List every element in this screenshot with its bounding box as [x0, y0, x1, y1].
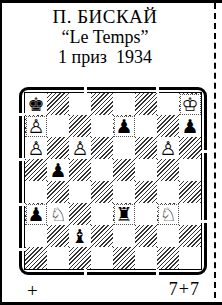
square-e5	[113, 159, 135, 181]
page: П. БИСКАЙ “Le Temps” 1 приз 1934 ♚♔♙♟♟♙♙…	[0, 0, 222, 305]
square-g5	[157, 159, 179, 181]
page-header: П. БИСКАЙ “Le Temps” 1 приз 1934	[10, 6, 200, 67]
square-d8	[91, 93, 113, 115]
square-b4	[47, 181, 69, 203]
square-g6: ♙	[157, 137, 179, 159]
square-h1	[179, 247, 201, 269]
square-b7	[47, 115, 69, 137]
square-e2	[113, 225, 135, 247]
square-d2	[91, 225, 113, 247]
square-f2	[135, 225, 157, 247]
square-c4	[69, 181, 91, 203]
frame-tick	[18, 248, 25, 251]
square-h5	[179, 159, 201, 181]
square-h4	[179, 181, 201, 203]
white-pawn-a6: ♙	[27, 139, 46, 158]
black-pawn-b5: ♟	[49, 161, 68, 180]
frame-tick	[156, 269, 159, 276]
square-a3: ♟	[25, 203, 47, 225]
frame-tick	[201, 150, 208, 153]
square-c5	[69, 159, 91, 181]
black-rook-e3: ♜	[114, 204, 135, 225]
square-b2	[47, 225, 69, 247]
square-a7: ♙	[25, 115, 47, 137]
square-h3	[179, 203, 201, 225]
square-g1	[157, 247, 179, 269]
white-knight-b3: ♘	[49, 205, 68, 224]
square-e6	[113, 137, 135, 159]
author-line: П. БИСКАЙ	[10, 6, 200, 27]
page-cut-dashed-line	[214, 3, 216, 305]
black-pawn-a3: ♟	[26, 204, 47, 225]
white-pawn-c6: ♙	[71, 139, 90, 158]
square-c3	[69, 203, 91, 225]
square-g4	[157, 181, 179, 203]
square-g2	[157, 225, 179, 247]
square-d4	[91, 181, 113, 203]
frame-tick	[18, 158, 25, 161]
square-e1	[113, 247, 135, 269]
square-f7	[135, 115, 157, 137]
square-c2: ♝	[69, 225, 91, 247]
square-g8	[157, 93, 179, 115]
square-d5	[91, 159, 113, 181]
square-f4	[135, 181, 157, 203]
square-c7	[69, 115, 91, 137]
white-pawn-a7: ♙	[26, 116, 47, 137]
black-king-a8: ♚	[27, 95, 46, 114]
frame-tick	[156, 86, 159, 93]
square-f6	[135, 137, 157, 159]
square-h6	[179, 137, 201, 159]
square-f1	[135, 247, 157, 269]
material-count-label: 7+7	[169, 279, 200, 300]
square-f3	[135, 203, 157, 225]
square-h2	[179, 225, 201, 247]
square-e8	[113, 93, 135, 115]
source-line: “Le Temps”	[10, 27, 200, 47]
white-knight-g3: ♘	[158, 204, 179, 225]
black-pawn-e7: ♟	[114, 116, 135, 137]
square-c1	[69, 247, 91, 269]
square-b3: ♘	[47, 203, 69, 225]
board-inner-border: ♚♔♙♟♟♙♙♙♟♟♘♜♘♝	[24, 92, 202, 270]
square-a2	[25, 225, 47, 247]
square-e7: ♟	[113, 115, 135, 137]
square-d1	[91, 247, 113, 269]
white-king-h8: ♔	[180, 94, 201, 115]
square-g3: ♘	[157, 203, 179, 225]
square-g7	[157, 115, 179, 137]
chess-board-frame: ♚♔♙♟♟♙♙♙♟♟♘♜♘♝	[19, 87, 207, 275]
black-pawn-h7: ♟	[181, 117, 200, 136]
square-b1	[47, 247, 69, 269]
square-e4	[113, 181, 135, 203]
square-h7: ♟	[179, 115, 201, 137]
square-b6	[47, 137, 69, 159]
square-a8: ♚	[25, 93, 47, 115]
frame-tick	[18, 113, 25, 116]
frame-tick	[201, 220, 208, 223]
square-b8	[47, 93, 69, 115]
square-h8: ♔	[179, 93, 201, 115]
square-d6	[91, 137, 113, 159]
frame-tick	[84, 86, 87, 93]
square-e3: ♜	[113, 203, 135, 225]
square-f5	[135, 159, 157, 181]
award-line: 1 приз 1934	[10, 47, 200, 67]
square-a4	[25, 181, 47, 203]
square-c8	[69, 93, 91, 115]
square-c6: ♙	[69, 137, 91, 159]
square-f8	[135, 93, 157, 115]
black-bishop-c2: ♝	[71, 227, 90, 246]
stipulation-label: +	[27, 280, 38, 302]
square-b5: ♟	[47, 159, 69, 181]
white-pawn-g6: ♙	[159, 139, 178, 158]
frame-tick	[18, 203, 25, 206]
square-d7	[91, 115, 113, 137]
frame-tick	[84, 269, 87, 276]
square-d3	[91, 203, 113, 225]
square-a6: ♙	[25, 137, 47, 159]
square-a5	[25, 159, 47, 181]
square-a1	[25, 247, 47, 269]
board-grid: ♚♔♙♟♟♙♙♙♟♟♘♜♘♝	[25, 93, 201, 269]
